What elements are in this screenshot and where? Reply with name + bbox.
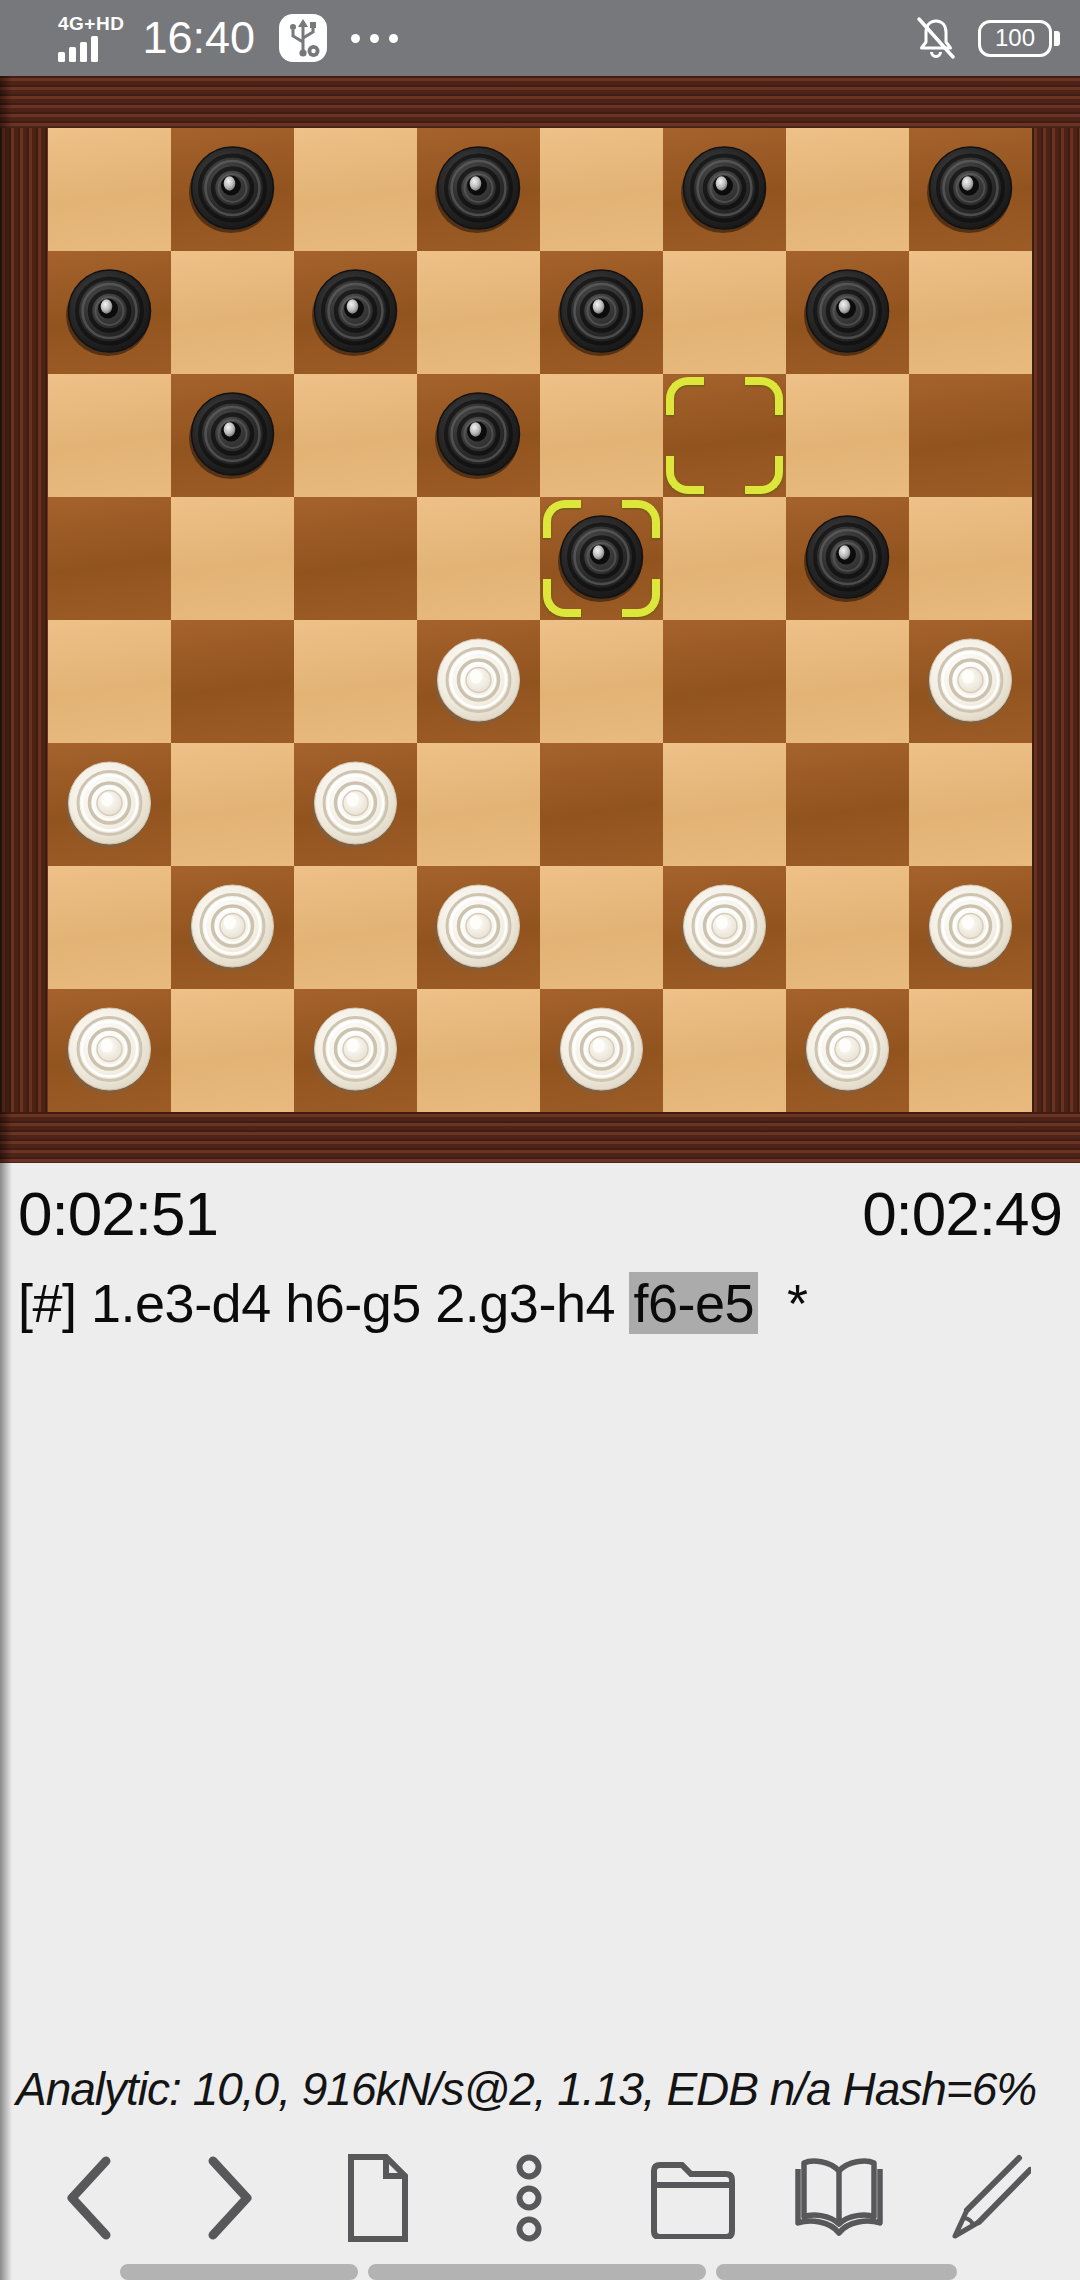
white-piece [540,989,663,1112]
white-piece [294,989,417,1112]
square-c6[interactable] [294,374,417,497]
square-d5[interactable] [417,497,540,620]
square-c1[interactable] [294,989,417,1112]
bottom-toolbar [0,2150,1080,2258]
black-piece [48,251,171,374]
black-piece [540,251,663,374]
usb-icon [277,12,329,64]
square-h2[interactable] [909,866,1032,989]
square-g4[interactable] [786,620,909,743]
white-piece [909,620,1032,743]
square-g6[interactable] [786,374,909,497]
square-f6[interactable] [663,374,786,497]
white-piece [663,866,786,989]
edit-position-button[interactable] [939,2150,1031,2246]
square-f8[interactable] [663,128,786,251]
white-piece [48,989,171,1112]
square-f2[interactable] [663,866,786,989]
clock-row: 0:02:51 0:02:49 [0,1178,1080,1249]
back-button[interactable] [62,2150,112,2246]
notifications-off-icon [910,12,962,64]
engine-status-line: Analytic: 10,0, 916kN/s@2, 1.13, EDB n/a… [16,2062,1066,2116]
signal-bars-icon: 4G+HD [58,14,124,62]
chevron-left-icon [62,2155,112,2241]
square-d2[interactable] [417,866,540,989]
status-time: 16:40 [142,12,255,64]
folder-icon [648,2157,738,2239]
square-g2[interactable] [786,866,909,989]
square-f3[interactable] [663,743,786,866]
right-clock: 0:02:49 [862,1178,1062,1249]
square-a8[interactable] [48,128,171,251]
forward-button[interactable] [207,2150,257,2246]
square-h6[interactable] [909,374,1032,497]
white-piece [171,866,294,989]
square-e5[interactable] [540,497,663,620]
black-piece [171,128,294,251]
current-move[interactable]: f6-e5 [629,1272,758,1334]
open-folder-button[interactable] [648,2150,738,2246]
white-piece [417,620,540,743]
square-b4[interactable] [171,620,294,743]
square-e6[interactable] [540,374,663,497]
network-type-label: 4G+HD [58,14,124,33]
square-a1[interactable] [48,989,171,1112]
square-a3[interactable] [48,743,171,866]
book-icon [792,2155,886,2241]
square-c5[interactable] [294,497,417,620]
square-b6[interactable] [171,374,294,497]
moves-after: * [758,1273,808,1333]
square-b7[interactable] [171,251,294,374]
black-piece [171,374,294,497]
square-g1[interactable] [786,989,909,1112]
black-piece [786,497,909,620]
square-d4[interactable] [417,620,540,743]
black-piece [909,128,1032,251]
square-g5[interactable] [786,497,909,620]
square-b2[interactable] [171,866,294,989]
battery-icon: 100 [978,20,1060,57]
signal-bars [58,36,98,62]
square-g8[interactable] [786,128,909,251]
square-b3[interactable] [171,743,294,866]
black-piece [786,251,909,374]
square-d3[interactable] [417,743,540,866]
menu-dots-icon [515,2154,543,2242]
square-e7[interactable] [540,251,663,374]
pencil-icon [939,2152,1031,2244]
black-piece [663,128,786,251]
square-e2[interactable] [540,866,663,989]
square-h5[interactable] [909,497,1032,620]
square-g7[interactable] [786,251,909,374]
moves-before: [#] 1.e3-d4 h6-g5 2.g3-h4 [18,1273,629,1333]
square-f1[interactable] [663,989,786,1112]
bottom-bar-segment[interactable] [120,2264,358,2280]
square-d7[interactable] [417,251,540,374]
square-h3[interactable] [909,743,1032,866]
status-bar: 4G+HD 16:40 100 [0,0,1080,76]
square-f5[interactable] [663,497,786,620]
board-grid [48,128,1032,1112]
square-a6[interactable] [48,374,171,497]
square-a4[interactable] [48,620,171,743]
white-piece [48,743,171,866]
square-d6[interactable] [417,374,540,497]
chevron-right-icon [207,2155,257,2241]
black-piece [294,251,417,374]
square-e4[interactable] [540,620,663,743]
square-f4[interactable] [663,620,786,743]
square-e3[interactable] [540,743,663,866]
square-h8[interactable] [909,128,1032,251]
square-h4[interactable] [909,620,1032,743]
square-b5[interactable] [171,497,294,620]
square-c7[interactable] [294,251,417,374]
square-c8[interactable] [294,128,417,251]
bottom-bar-segment[interactable] [368,2264,706,2280]
square-g3[interactable] [786,743,909,866]
new-document-button[interactable] [343,2150,413,2246]
document-icon [345,2153,411,2243]
black-piece [540,497,663,620]
white-piece [417,866,540,989]
opening-book-button[interactable] [792,2150,886,2246]
square-d1[interactable] [417,989,540,1112]
bottom-bar-segment[interactable] [716,2264,957,2280]
square-b8[interactable] [171,128,294,251]
move-list[interactable]: [#] 1.e3-d4 h6-g5 2.g3-h4 f6-e5 * [18,1272,1062,1334]
board-frame [0,76,1080,1163]
square-e1[interactable] [540,989,663,1112]
square-c2[interactable] [294,866,417,989]
menu-button[interactable] [515,2150,543,2246]
white-piece [294,743,417,866]
white-piece [786,989,909,1112]
square-c4[interactable] [294,620,417,743]
white-piece [909,866,1032,989]
square-a2[interactable] [48,866,171,989]
square-a7[interactable] [48,251,171,374]
square-d8[interactable] [417,128,540,251]
square-h1[interactable] [909,989,1032,1112]
square-f7[interactable] [663,251,786,374]
battery-level: 100 [995,26,1035,50]
square-c3[interactable] [294,743,417,866]
square-e8[interactable] [540,128,663,251]
square-h7[interactable] [909,251,1032,374]
last-move-highlight [666,377,783,494]
square-a5[interactable] [48,497,171,620]
black-piece [417,374,540,497]
square-b1[interactable] [171,989,294,1112]
left-clock: 0:02:51 [18,1178,218,1249]
black-piece [417,128,540,251]
more-dots-icon [351,34,398,43]
